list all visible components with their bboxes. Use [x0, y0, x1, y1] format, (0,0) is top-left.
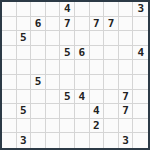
cell-r4c2-empty[interactable]	[17, 46, 32, 61]
cell-r5c5-empty[interactable]	[60, 60, 75, 75]
cell-r2c3-given-clue[interactable]: 6	[31, 17, 46, 32]
cell-r8c8-empty[interactable]	[104, 104, 119, 119]
cell-r3c8-empty[interactable]	[104, 31, 119, 46]
cell-r2c10-empty[interactable]	[133, 17, 148, 32]
cell-r2c1-empty[interactable]	[2, 17, 17, 32]
cell-r6c4-empty[interactable]	[46, 75, 61, 90]
cell-r9c2-empty[interactable]	[17, 119, 32, 134]
cell-r6c6-empty[interactable]	[75, 75, 90, 90]
cell-r4c8-empty[interactable]	[104, 46, 119, 61]
cell-r4c1-empty[interactable]	[2, 46, 17, 61]
cell-r1c3-empty[interactable]	[31, 2, 46, 17]
cell-r10c4-empty[interactable]	[46, 133, 61, 148]
cell-r6c5-empty[interactable]	[60, 75, 75, 90]
cell-r6c8-empty[interactable]	[104, 75, 119, 90]
cell-r8c1-empty[interactable]	[2, 104, 17, 119]
cell-r6c1-empty[interactable]	[2, 75, 17, 90]
cell-r9c9-empty[interactable]	[119, 119, 134, 134]
cell-r5c3-empty[interactable]	[31, 60, 46, 75]
cell-r6c10-empty[interactable]	[133, 75, 148, 90]
cell-r10c5-empty[interactable]	[60, 133, 75, 148]
cell-r1c6-empty[interactable]	[75, 2, 90, 17]
cell-r5c9-empty[interactable]	[119, 60, 134, 75]
cell-r1c7-empty[interactable]	[90, 2, 105, 17]
cell-r1c9-empty[interactable]	[119, 2, 134, 17]
cell-r5c2-empty[interactable]	[17, 60, 32, 75]
cell-r9c6-empty[interactable]	[75, 119, 90, 134]
cell-r10c3-empty[interactable]	[31, 133, 46, 148]
cell-r9c8-empty[interactable]	[104, 119, 119, 134]
cell-r5c6-empty[interactable]	[75, 60, 90, 75]
cell-r5c7-empty[interactable]	[90, 60, 105, 75]
cell-r3c4-empty[interactable]	[46, 31, 61, 46]
cell-r2c6-empty[interactable]	[75, 17, 90, 32]
cell-r10c9-given-clue[interactable]: 3	[119, 133, 134, 148]
cell-r1c1-empty[interactable]	[2, 2, 17, 17]
cell-r8c5-empty[interactable]	[60, 104, 75, 119]
cell-r7c10-empty[interactable]	[133, 90, 148, 105]
cell-r7c5-given-clue[interactable]: 5	[60, 90, 75, 105]
cell-r2c4-empty[interactable]	[46, 17, 61, 32]
cell-r7c1-empty[interactable]	[2, 90, 17, 105]
cell-r9c7-given-clue[interactable]: 2	[90, 119, 105, 134]
cell-r1c8-empty[interactable]	[104, 2, 119, 17]
cell-r8c6-empty[interactable]	[75, 104, 90, 119]
cell-r7c2-empty[interactable]	[17, 90, 32, 105]
cell-r6c7-empty[interactable]	[90, 75, 105, 90]
cell-r9c1-empty[interactable]	[2, 119, 17, 134]
cell-r3c9-empty[interactable]	[119, 31, 134, 46]
cell-r8c9-given-clue[interactable]: 7	[119, 104, 134, 119]
cell-r7c6-given-clue[interactable]: 4	[75, 90, 90, 105]
cell-r6c9-empty[interactable]	[119, 75, 134, 90]
cell-r5c4-empty[interactable]	[46, 60, 61, 75]
cell-r1c10-given-clue[interactable]: 3	[133, 2, 148, 17]
cell-r8c3-empty[interactable]	[31, 104, 46, 119]
cell-r8c10-empty[interactable]	[133, 104, 148, 119]
cell-r5c8-empty[interactable]	[104, 60, 119, 75]
cell-r2c9-empty[interactable]	[119, 17, 134, 32]
cell-r2c7-given-clue[interactable]: 7	[90, 17, 105, 32]
cell-r10c10-empty[interactable]	[133, 133, 148, 148]
cell-r1c2-empty[interactable]	[17, 2, 32, 17]
cell-r3c1-empty[interactable]	[2, 31, 17, 46]
cell-r2c8-given-clue[interactable]: 7	[104, 17, 119, 32]
cell-r4c4-empty[interactable]	[46, 46, 61, 61]
cell-r7c3-empty[interactable]	[31, 90, 46, 105]
puzzle-board: 43677755645547547233	[0, 0, 150, 150]
cell-r3c7-empty[interactable]	[90, 31, 105, 46]
cell-r10c7-empty[interactable]	[90, 133, 105, 148]
cell-r6c2-empty[interactable]	[17, 75, 32, 90]
cell-r9c5-empty[interactable]	[60, 119, 75, 134]
cell-r3c10-empty[interactable]	[133, 31, 148, 46]
cell-r1c5-given-clue[interactable]: 4	[60, 2, 75, 17]
cell-r3c6-empty[interactable]	[75, 31, 90, 46]
cell-r9c4-empty[interactable]	[46, 119, 61, 134]
cell-r7c8-empty[interactable]	[104, 90, 119, 105]
cell-r8c4-empty[interactable]	[46, 104, 61, 119]
cell-r10c2-given-clue[interactable]: 3	[17, 133, 32, 148]
cell-r4c5-given-clue[interactable]: 5	[60, 46, 75, 61]
cell-r1c4-empty[interactable]	[46, 2, 61, 17]
cell-r5c10-empty[interactable]	[133, 60, 148, 75]
cell-r3c2-given-clue[interactable]: 5	[17, 31, 32, 46]
cell-r7c9-given-clue[interactable]: 7	[119, 90, 134, 105]
cell-r4c10-given-clue[interactable]: 4	[133, 46, 148, 61]
cell-r5c1-empty[interactable]	[2, 60, 17, 75]
cell-r7c4-empty[interactable]	[46, 90, 61, 105]
cell-r6c3-given-clue[interactable]: 5	[31, 75, 46, 90]
cell-r9c3-empty[interactable]	[31, 119, 46, 134]
cell-r2c2-empty[interactable]	[17, 17, 32, 32]
cell-r4c3-empty[interactable]	[31, 46, 46, 61]
cell-r9c10-empty[interactable]	[133, 119, 148, 134]
cell-r10c1-empty[interactable]	[2, 133, 17, 148]
cell-r7c7-empty[interactable]	[90, 90, 105, 105]
cell-r3c5-empty[interactable]	[60, 31, 75, 46]
cell-r8c7-given-clue[interactable]: 4	[90, 104, 105, 119]
cell-r10c8-empty[interactable]	[104, 133, 119, 148]
cell-r4c7-empty[interactable]	[90, 46, 105, 61]
cell-r10c6-empty[interactable]	[75, 133, 90, 148]
cell-r8c2-given-clue[interactable]: 5	[17, 104, 32, 119]
cell-r4c6-given-clue[interactable]: 6	[75, 46, 90, 61]
cell-r4c9-empty[interactable]	[119, 46, 134, 61]
cell-r3c3-empty[interactable]	[31, 31, 46, 46]
cell-r2c5-given-clue[interactable]: 7	[60, 17, 75, 32]
